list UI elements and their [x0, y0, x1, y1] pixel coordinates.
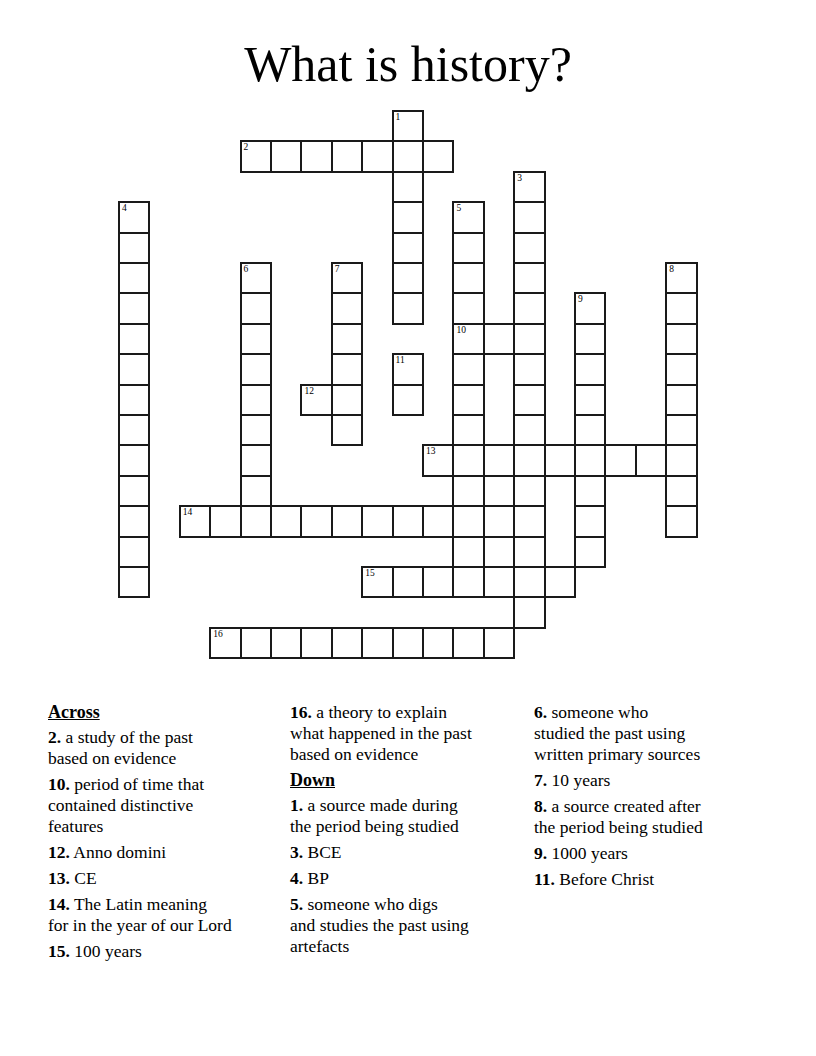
clue-number: 15.: [48, 941, 70, 961]
clue-item: 2. a study of the pastbased on evidence: [48, 727, 284, 769]
clue-number: 14.: [48, 894, 70, 914]
clue-number: 13.: [48, 868, 70, 888]
clue-number: 6.: [534, 702, 547, 722]
clue-number: 10.: [48, 774, 70, 794]
clue-item: 9. 1000 years: [534, 843, 774, 864]
clue-item: 6. someone whostudied the past usingwrit…: [534, 702, 774, 765]
clue-item: 13. CE: [48, 868, 284, 889]
clue-column-2: 16. a theory to explainwhat happened in …: [290, 702, 532, 962]
clue-column-3: 6. someone whostudied the past usingwrit…: [534, 702, 774, 895]
clue-number: 3.: [290, 842, 303, 862]
clue-item: 12. Anno domini: [48, 842, 284, 863]
clue-item: 11. Before Christ: [534, 869, 774, 890]
clue-number: 5.: [290, 894, 303, 914]
clue-number: 7.: [534, 770, 547, 790]
page: What is history? 12345678910111213141516…: [0, 0, 816, 1056]
clue-item: 15. 100 years: [48, 941, 284, 962]
clue-item: 16. a theory to explainwhat happened in …: [290, 702, 532, 765]
clue-number: 8.: [534, 796, 547, 816]
clue-number: 1.: [290, 795, 303, 815]
clue-number: 12.: [48, 842, 70, 862]
clue-item: 3. BCE: [290, 842, 532, 863]
clue-item: 10. period of time thatcontained distinc…: [48, 774, 284, 837]
clues-down-header: Down: [290, 770, 532, 791]
clue-item: 14. The Latin meaningfor in the year of …: [48, 894, 284, 936]
clue-number: 9.: [534, 843, 547, 863]
clue-item: 5. someone who digsand studies the past …: [290, 894, 532, 957]
clue-number: 11.: [534, 869, 555, 889]
clues-section: Across2. a study of the pastbased on evi…: [0, 0, 816, 1056]
clues-across-header: Across: [48, 702, 284, 723]
clue-item: 8. a source created afterthe period bein…: [534, 796, 774, 838]
clue-number: 2.: [48, 727, 61, 747]
clue-number: 16.: [290, 702, 312, 722]
clue-item: 1. a source made duringthe period being …: [290, 795, 532, 837]
clue-column-1: Across2. a study of the pastbased on evi…: [48, 702, 284, 967]
clue-item: 4. BP: [290, 868, 532, 889]
clue-item: 7. 10 years: [534, 770, 774, 791]
clue-number: 4.: [290, 868, 303, 888]
